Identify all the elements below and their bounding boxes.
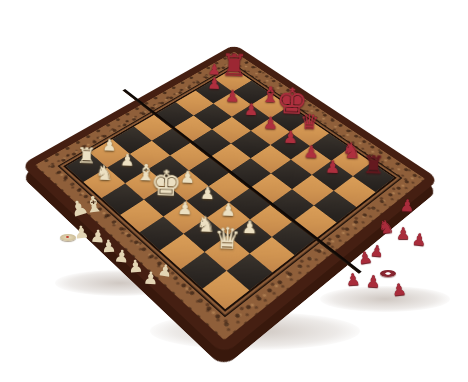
loose-white-bishop: ♝ [83,193,106,218]
loose-red-pawn: ♟ [411,231,427,248]
loose-red-pawn: ♟ [357,249,373,267]
loose-red-knight: ♞ [377,217,395,237]
square-c2: ♝ [125,169,167,199]
loose-red-base-disc [380,270,396,277]
loose-white-base-disc [60,234,76,241]
loose-red-pawn: ♟ [399,198,414,215]
square-c4 [170,142,210,170]
loose-white-pawn: ♟ [127,257,144,275]
piece-red-pawn-on-border: ♟ [202,62,228,77]
loose-white-pawn: ♟ [157,262,173,280]
loose-red-pawn: ♟ [366,274,381,291]
loose-red-pawn: ♟ [396,226,410,242]
loose-white-pawn: ♟ [73,223,90,242]
board-tilt-wrapper: ♜♝♚♛♞♜♟♟♟♟♟♟♟♟♟♟♟♟♟♝♚♟♞♛♜♞ ♟ [77,19,383,325]
square-e6 [251,145,291,174]
product-photo: ♜♝♚♛♞♜♟♟♟♟♟♟♟♟♟♟♟♟♟♝♚♟♞♛♜♞ ♟ ♟♝♟♟♟♟♟♟♟ ♟… [0,0,468,382]
loose-red-pawn: ♟ [345,272,360,289]
loose-red-pawn: ♟ [391,281,407,298]
